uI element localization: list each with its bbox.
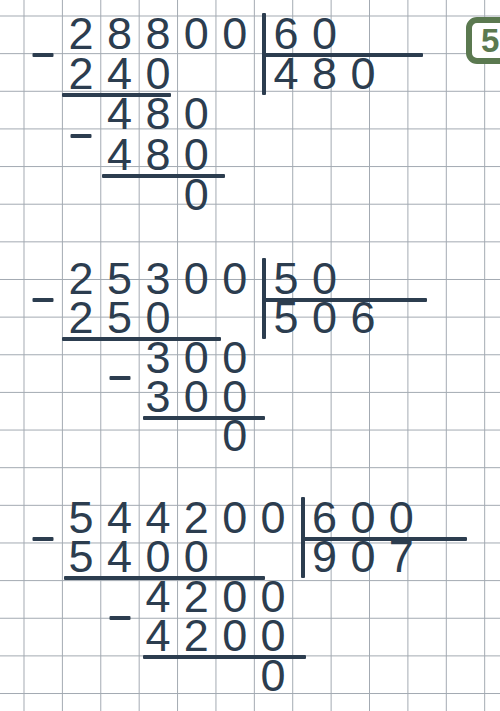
- p2-digit-cell: 5: [274, 295, 299, 340]
- p1-digit-cell: 4: [107, 131, 132, 176]
- p1-digit-cell: 0: [184, 11, 209, 56]
- p3-minus-sign: [109, 616, 130, 620]
- p1-minus-sign: [32, 53, 53, 57]
- p3-digit-cell: 0: [222, 613, 247, 658]
- p2-digit-cell: 0: [184, 374, 209, 419]
- p3-digit-cell: 9: [312, 534, 337, 579]
- p1-digit-cell: 4: [274, 51, 299, 96]
- p1-minus-sign: [71, 134, 92, 138]
- p1-digit-cell: 0: [350, 51, 375, 96]
- p2-digit-cell: 6: [350, 295, 375, 340]
- p2-minus-sign: [32, 298, 53, 302]
- p2-digit-cell: 3: [145, 374, 170, 419]
- p2-digit-cell: 0: [312, 295, 337, 340]
- p3-digit-cell: 0: [350, 534, 375, 579]
- p3-digit-cell: 0: [261, 652, 286, 697]
- grade-5-badge-icon: 5: [466, 17, 500, 64]
- p3-digit-cell: 2: [184, 613, 209, 658]
- p2-minus-sign: [109, 376, 130, 380]
- p3-digit-cell: 4: [145, 613, 170, 658]
- p2-digit-cell: 0: [184, 256, 209, 301]
- squared-paper-board: 2880024048048006048025300250300300050506…: [0, 0, 500, 711]
- p2-divisor-bracket-horizontal: [264, 298, 428, 302]
- p2-digit-cell: 0: [222, 256, 247, 301]
- p3-minus-sign: [32, 537, 53, 541]
- p2-digit-cell: 2: [69, 295, 94, 340]
- p3-digit-cell: 4: [107, 534, 132, 579]
- p1-digit-cell: 8: [145, 131, 170, 176]
- p2-digit-cell: 0: [222, 413, 247, 458]
- p2-digit-cell: 5: [107, 295, 132, 340]
- p1-divisor-bracket-horizontal: [264, 53, 423, 57]
- p3-digit-cell: 5: [69, 534, 94, 579]
- p3-digit-cell: 0: [261, 495, 286, 540]
- p3-divisor-bracket-horizontal: [303, 537, 467, 541]
- p1-subtraction-line: [102, 174, 225, 178]
- p3-subtraction-line: [143, 655, 306, 659]
- p1-digit-cell: 2: [69, 51, 94, 96]
- p2-subtraction-line: [62, 337, 221, 341]
- badge-glyph: 5: [481, 24, 499, 57]
- p1-digit-cell: 0: [222, 11, 247, 56]
- p1-digit-cell: 8: [312, 51, 337, 96]
- p1-digit-cell: 0: [184, 171, 209, 216]
- p3-subtraction-line: [64, 576, 266, 580]
- p1-subtraction-line: [62, 93, 171, 97]
- p3-digit-cell: 0: [222, 495, 247, 540]
- p2-subtraction-line: [143, 416, 266, 420]
- p3-digit-cell: 7: [389, 534, 414, 579]
